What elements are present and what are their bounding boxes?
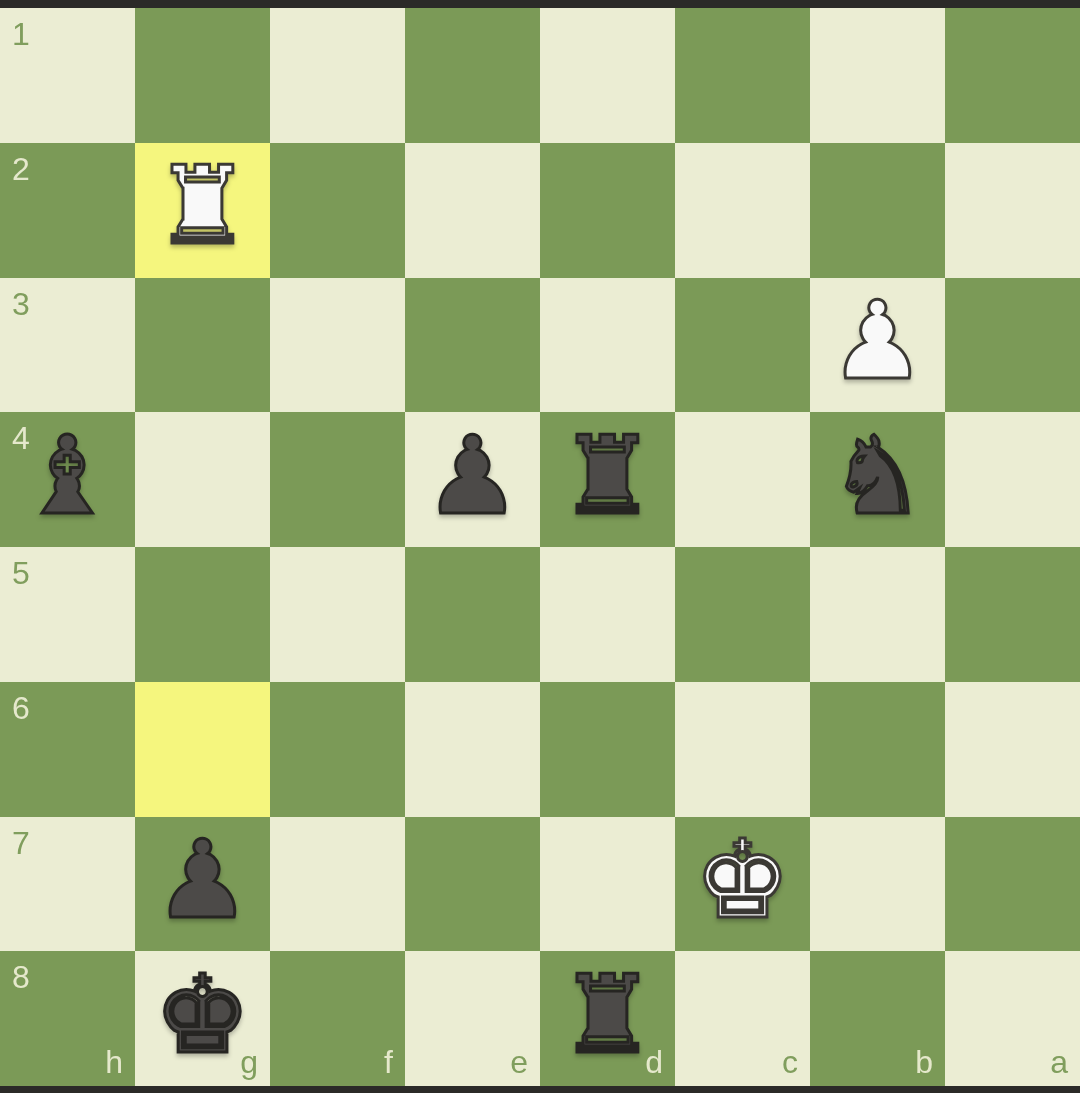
square-f4[interactable] <box>270 412 405 547</box>
square-g7[interactable]: ♟ <box>135 817 270 952</box>
rank-label-5: 5 <box>12 557 30 589</box>
square-h5[interactable]: 5 <box>0 547 135 682</box>
square-a6[interactable] <box>945 682 1080 817</box>
square-g8[interactable]: g♚ <box>135 951 270 1086</box>
square-d3[interactable] <box>540 278 675 413</box>
file-label-h: h <box>105 1046 123 1078</box>
square-g1[interactable] <box>135 8 270 143</box>
bottom-frame-bar <box>0 1086 1080 1093</box>
square-g2[interactable]: ♜ <box>135 143 270 278</box>
square-h7[interactable]: 7 <box>0 817 135 952</box>
square-a2[interactable] <box>945 143 1080 278</box>
square-a5[interactable] <box>945 547 1080 682</box>
square-d6[interactable] <box>540 682 675 817</box>
square-f3[interactable] <box>270 278 405 413</box>
black-pawn-icon[interactable]: ♟ <box>154 826 251 934</box>
white-rook-icon[interactable]: ♜ <box>154 152 251 260</box>
rank-label-2: 2 <box>12 153 30 185</box>
square-f2[interactable] <box>270 143 405 278</box>
square-c1[interactable] <box>675 8 810 143</box>
square-a8[interactable]: a <box>945 951 1080 1086</box>
square-b1[interactable] <box>810 8 945 143</box>
square-h2[interactable]: 2 <box>0 143 135 278</box>
square-d1[interactable] <box>540 8 675 143</box>
square-b5[interactable] <box>810 547 945 682</box>
square-e7[interactable] <box>405 817 540 952</box>
white-king-icon[interactable]: ♚ <box>694 826 791 934</box>
square-e5[interactable] <box>405 547 540 682</box>
square-d8[interactable]: d♜ <box>540 951 675 1086</box>
square-f1[interactable] <box>270 8 405 143</box>
square-d2[interactable] <box>540 143 675 278</box>
square-h6[interactable]: 6 <box>0 682 135 817</box>
top-frame-bar <box>0 0 1080 8</box>
square-f7[interactable] <box>270 817 405 952</box>
black-rook-icon[interactable]: ♜ <box>559 961 656 1069</box>
file-label-a: a <box>1050 1046 1068 1078</box>
square-h8[interactable]: 8h <box>0 951 135 1086</box>
square-g4[interactable] <box>135 412 270 547</box>
square-d4[interactable]: ♜ <box>540 412 675 547</box>
square-b4[interactable]: ♞ <box>810 412 945 547</box>
square-c5[interactable] <box>675 547 810 682</box>
square-b8[interactable]: b <box>810 951 945 1086</box>
square-e4[interactable]: ♟ <box>405 412 540 547</box>
file-label-b: b <box>915 1046 933 1078</box>
square-e1[interactable] <box>405 8 540 143</box>
square-d7[interactable] <box>540 817 675 952</box>
square-c8[interactable]: c <box>675 951 810 1086</box>
square-a7[interactable] <box>945 817 1080 952</box>
square-e8[interactable]: e <box>405 951 540 1086</box>
square-c6[interactable] <box>675 682 810 817</box>
black-king-icon[interactable]: ♚ <box>154 961 251 1069</box>
white-pawn-icon[interactable]: ♟ <box>829 287 926 395</box>
square-g6[interactable] <box>135 682 270 817</box>
square-f6[interactable] <box>270 682 405 817</box>
square-e6[interactable] <box>405 682 540 817</box>
square-c3[interactable] <box>675 278 810 413</box>
black-pawn-icon[interactable]: ♟ <box>424 422 521 530</box>
square-a4[interactable] <box>945 412 1080 547</box>
square-h1[interactable]: 1 <box>0 8 135 143</box>
square-b3[interactable]: ♟ <box>810 278 945 413</box>
square-c4[interactable] <box>675 412 810 547</box>
rank-label-7: 7 <box>12 827 30 859</box>
square-e2[interactable] <box>405 143 540 278</box>
black-bishop-icon[interactable]: ♝ <box>19 422 116 530</box>
square-b2[interactable] <box>810 143 945 278</box>
square-f5[interactable] <box>270 547 405 682</box>
rank-label-6: 6 <box>12 692 30 724</box>
file-label-f: f <box>384 1046 393 1078</box>
square-c2[interactable] <box>675 143 810 278</box>
square-g5[interactable] <box>135 547 270 682</box>
file-label-c: c <box>782 1046 798 1078</box>
rank-label-3: 3 <box>12 288 30 320</box>
square-h3[interactable]: 3 <box>0 278 135 413</box>
black-rook-icon[interactable]: ♜ <box>559 422 656 530</box>
square-h4[interactable]: 4♝ <box>0 412 135 547</box>
square-b7[interactable] <box>810 817 945 952</box>
square-e3[interactable] <box>405 278 540 413</box>
rank-label-8: 8 <box>12 961 30 993</box>
black-knight-icon[interactable]: ♞ <box>829 422 926 530</box>
square-b6[interactable] <box>810 682 945 817</box>
square-a3[interactable] <box>945 278 1080 413</box>
square-g3[interactable] <box>135 278 270 413</box>
file-label-e: e <box>510 1046 528 1078</box>
rank-label-1: 1 <box>12 18 30 50</box>
square-c7[interactable]: ♚ <box>675 817 810 952</box>
square-d5[interactable] <box>540 547 675 682</box>
square-f8[interactable]: f <box>270 951 405 1086</box>
chess-board: 12♜3♟4♝♟♜♞567♟♚8hg♚fed♜cba <box>0 8 1080 1086</box>
square-a1[interactable] <box>945 8 1080 143</box>
